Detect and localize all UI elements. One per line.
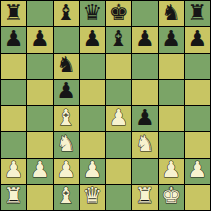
square-b2[interactable]: ♟	[27, 159, 52, 184]
piece-black-pawn[interactable]: ♟	[161, 28, 181, 50]
square-g7[interactable]: ♟	[159, 27, 184, 52]
piece-white-rook[interactable]: ♜	[135, 185, 155, 207]
square-c6[interactable]: ♞	[54, 54, 79, 79]
square-g5[interactable]	[159, 80, 184, 105]
square-e4[interactable]: ♟	[106, 106, 131, 131]
square-b3[interactable]	[27, 132, 52, 157]
piece-black-queen[interactable]: ♛	[83, 2, 103, 24]
piece-white-pawn[interactable]: ♟	[83, 159, 103, 181]
square-b1[interactable]	[27, 185, 52, 210]
square-f4[interactable]: ♟	[132, 106, 157, 131]
square-a4[interactable]	[1, 106, 26, 131]
square-g2[interactable]: ♟	[159, 159, 184, 184]
square-e6[interactable]	[106, 54, 131, 79]
piece-black-pawn[interactable]: ♟	[188, 28, 208, 50]
piece-white-pawn[interactable]: ♟	[188, 159, 208, 181]
piece-black-bishop[interactable]: ♝	[56, 2, 76, 24]
square-e2[interactable]	[106, 159, 131, 184]
piece-white-pawn[interactable]: ♟	[161, 159, 181, 181]
piece-white-bishop[interactable]: ♝	[56, 107, 76, 129]
square-c2[interactable]: ♟	[54, 159, 79, 184]
square-e1[interactable]	[106, 185, 131, 210]
square-h2[interactable]: ♟	[185, 159, 210, 184]
piece-white-king[interactable]: ♚	[161, 185, 181, 207]
square-a2[interactable]: ♟	[1, 159, 26, 184]
piece-white-pawn[interactable]: ♟	[109, 107, 129, 129]
piece-white-queen[interactable]: ♛	[83, 185, 103, 207]
piece-black-knight[interactable]: ♞	[56, 54, 76, 76]
piece-black-knight[interactable]: ♞	[161, 2, 181, 24]
piece-white-pawn[interactable]: ♟	[30, 159, 50, 181]
square-f8[interactable]	[132, 1, 157, 26]
square-h3[interactable]	[185, 132, 210, 157]
square-c8[interactable]: ♝	[54, 1, 79, 26]
square-e8[interactable]: ♚	[106, 1, 131, 26]
square-a7[interactable]: ♟	[1, 27, 26, 52]
piece-black-rook[interactable]: ♜	[4, 2, 24, 24]
square-a5[interactable]	[1, 80, 26, 105]
square-f3[interactable]: ♞	[132, 132, 157, 157]
square-e7[interactable]: ♝	[106, 27, 131, 52]
square-b5[interactable]	[27, 80, 52, 105]
square-h4[interactable]	[185, 106, 210, 131]
piece-black-rook[interactable]: ♜	[188, 2, 208, 24]
square-h1[interactable]	[185, 185, 210, 210]
square-a6[interactable]	[1, 54, 26, 79]
square-c1[interactable]: ♝	[54, 185, 79, 210]
square-d7[interactable]: ♟	[80, 27, 105, 52]
chess-board: ♜♝♛♚♞♜♟♟♟♝♟♟♟♞♟♝♟♟♞♞♟♟♟♟♟♟♜♝♛♜♚	[0, 0, 211, 211]
piece-black-pawn[interactable]: ♟	[30, 28, 50, 50]
square-a8[interactable]: ♜	[1, 1, 26, 26]
square-f7[interactable]: ♟	[132, 27, 157, 52]
piece-white-knight[interactable]: ♞	[56, 133, 76, 155]
square-b6[interactable]	[27, 54, 52, 79]
square-b8[interactable]	[27, 1, 52, 26]
piece-white-pawn[interactable]: ♟	[56, 159, 76, 181]
square-c5[interactable]: ♟	[54, 80, 79, 105]
square-g3[interactable]	[159, 132, 184, 157]
square-h7[interactable]: ♟	[185, 27, 210, 52]
square-g8[interactable]: ♞	[159, 1, 184, 26]
piece-white-knight[interactable]: ♞	[135, 133, 155, 155]
square-c3[interactable]: ♞	[54, 132, 79, 157]
square-d1[interactable]: ♛	[80, 185, 105, 210]
square-e3[interactable]	[106, 132, 131, 157]
square-d2[interactable]: ♟	[80, 159, 105, 184]
square-d8[interactable]: ♛	[80, 1, 105, 26]
square-a1[interactable]: ♜	[1, 185, 26, 210]
square-h8[interactable]: ♜	[185, 1, 210, 26]
square-g6[interactable]	[159, 54, 184, 79]
square-b7[interactable]: ♟	[27, 27, 52, 52]
square-c4[interactable]: ♝	[54, 106, 79, 131]
square-b4[interactable]	[27, 106, 52, 131]
square-h6[interactable]	[185, 54, 210, 79]
piece-black-bishop[interactable]: ♝	[109, 28, 129, 50]
square-d3[interactable]	[80, 132, 105, 157]
square-d4[interactable]	[80, 106, 105, 131]
square-c7[interactable]	[54, 27, 79, 52]
square-f6[interactable]	[132, 54, 157, 79]
piece-black-pawn[interactable]: ♟	[4, 28, 24, 50]
square-g4[interactable]	[159, 106, 184, 131]
piece-white-pawn[interactable]: ♟	[4, 159, 24, 181]
square-d5[interactable]	[80, 80, 105, 105]
square-f2[interactable]	[132, 159, 157, 184]
piece-white-bishop[interactable]: ♝	[56, 185, 76, 207]
piece-black-pawn[interactable]: ♟	[56, 80, 76, 102]
piece-black-pawn[interactable]: ♟	[135, 107, 155, 129]
square-a3[interactable]	[1, 132, 26, 157]
square-h5[interactable]	[185, 80, 210, 105]
square-g1[interactable]: ♚	[159, 185, 184, 210]
piece-white-rook[interactable]: ♜	[4, 185, 24, 207]
square-f1[interactable]: ♜	[132, 185, 157, 210]
piece-black-pawn[interactable]: ♟	[135, 28, 155, 50]
square-f5[interactable]	[132, 80, 157, 105]
piece-black-pawn[interactable]: ♟	[83, 28, 103, 50]
square-e5[interactable]	[106, 80, 131, 105]
square-d6[interactable]	[80, 54, 105, 79]
piece-black-king[interactable]: ♚	[109, 2, 129, 24]
